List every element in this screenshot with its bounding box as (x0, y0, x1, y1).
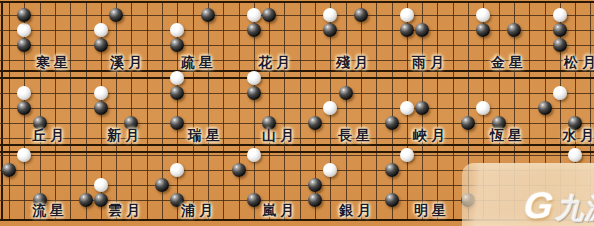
opening-label: 殘月 (332, 54, 372, 72)
opening-label: 水月 (558, 127, 594, 145)
grid-line-horizontal (0, 155, 594, 156)
stone-white (476, 8, 490, 22)
grid-line-vertical (223, 2, 224, 220)
grid-line-vertical (284, 2, 285, 220)
stone-white (17, 148, 31, 162)
stone-black (262, 8, 276, 22)
grid-line-horizontal (0, 15, 594, 16)
grid-line-vertical (9, 2, 10, 220)
grid-line-vertical (116, 2, 117, 220)
grid-line-vertical (208, 2, 209, 220)
stone-white (170, 23, 184, 37)
opening-label: 嵐月 (258, 202, 298, 220)
stone-white (323, 8, 337, 22)
opening-label: 長星 (334, 127, 374, 145)
stone-white (247, 8, 261, 22)
opening-label: 浦月 (177, 202, 217, 220)
renju-openings-chart: 寒星溪月疏星花月殘月雨月金星松月丘月新月瑞星山月長星峽月恆星水月流星雲月浦月嵐月… (0, 0, 594, 226)
stone-white (17, 23, 31, 37)
grid-line-vertical (147, 2, 148, 220)
opening-label: 雲月 (104, 202, 144, 220)
grid-line-vertical (55, 2, 56, 220)
stone-white (94, 23, 108, 37)
opening-label: 疏星 (177, 54, 217, 72)
stone-black (385, 116, 399, 130)
grid-line-vertical (300, 2, 301, 220)
stone-black (2, 163, 16, 177)
stone-black (538, 101, 552, 115)
grid-line-vertical (437, 2, 438, 220)
grid-line-vertical (40, 2, 41, 220)
opening-label: 銀月 (335, 202, 375, 220)
stone-white (553, 86, 567, 100)
grid-line-vertical (346, 2, 347, 220)
stone-black (94, 38, 108, 52)
stone-black (415, 101, 429, 115)
stone-white (94, 178, 108, 192)
stone-black (109, 8, 123, 22)
stone-black (385, 193, 399, 207)
stone-black (201, 8, 215, 22)
watermark-logo-text: 九游 (556, 196, 594, 221)
stone-black (308, 193, 322, 207)
stone-black (170, 86, 184, 100)
stone-black (247, 86, 261, 100)
stone-black (354, 8, 368, 22)
opening-label: 峽月 (409, 127, 449, 145)
stone-black (170, 38, 184, 52)
stone-white (17, 86, 31, 100)
stone-black (476, 23, 490, 37)
opening-label: 恆星 (486, 127, 526, 145)
opening-label: 山月 (258, 127, 298, 145)
opening-label: 溪月 (106, 54, 146, 72)
stone-black (17, 38, 31, 52)
stone-black (17, 8, 31, 22)
stone-black (553, 38, 567, 52)
stone-black (400, 23, 414, 37)
opening-label: 明星 (410, 202, 450, 220)
opening-label: 瑞星 (184, 127, 224, 145)
opening-label: 花月 (254, 54, 294, 72)
grid-line-horizontal (0, 108, 594, 109)
opening-label: 丘月 (28, 127, 68, 145)
stone-black (308, 116, 322, 130)
stone-white (476, 101, 490, 115)
stone-white (94, 86, 108, 100)
grid-line-vertical (392, 2, 393, 220)
stone-white (247, 148, 261, 162)
band-separator-line (0, 77, 594, 79)
stone-black (232, 163, 246, 177)
grid-line-vertical (86, 2, 87, 220)
stone-black (507, 23, 521, 37)
stone-black (170, 116, 184, 130)
stone-black (79, 193, 93, 207)
stone-black (247, 23, 261, 37)
grid-line-horizontal (0, 93, 594, 94)
stone-black (415, 23, 429, 37)
stone-white (170, 163, 184, 177)
stone-black (94, 101, 108, 115)
grid-line-horizontal (0, 45, 594, 46)
grid-line-vertical (361, 2, 362, 220)
stone-black (155, 178, 169, 192)
stone-white (553, 8, 567, 22)
stone-white (400, 101, 414, 115)
grid-line-vertical (193, 2, 194, 220)
grid-line-vertical (269, 2, 270, 220)
grid-line-vertical (239, 2, 240, 220)
opening-label: 金星 (487, 54, 527, 72)
grid-line-vertical (376, 2, 377, 220)
watermark-logo-g-icon: G (522, 191, 554, 221)
stone-black (308, 178, 322, 192)
opening-label: 流星 (28, 202, 68, 220)
stone-black (323, 23, 337, 37)
stone-black (17, 101, 31, 115)
stone-white (568, 148, 582, 162)
band-separator-line (0, 1, 594, 3)
stone-white (400, 148, 414, 162)
stone-white (323, 163, 337, 177)
watermark-logo: G 九游 (524, 191, 594, 221)
stone-black (553, 23, 567, 37)
opening-label: 新月 (103, 127, 143, 145)
watermark-blur-patch: G 九游 (462, 163, 594, 226)
stone-white (400, 8, 414, 22)
opening-label: 寒星 (32, 54, 72, 72)
stone-black (385, 163, 399, 177)
opening-label: 雨月 (408, 54, 448, 72)
grid-line-vertical (131, 2, 132, 220)
grid-line-vertical (453, 2, 454, 220)
stone-white (323, 101, 337, 115)
stone-white (247, 71, 261, 85)
stone-black (461, 116, 475, 130)
band-separator-line (0, 151, 594, 153)
opening-label: 松月 (560, 54, 594, 72)
board-left-edge-line (1, 1, 3, 221)
grid-line-horizontal (0, 30, 594, 31)
stone-black (339, 86, 353, 100)
grid-line-vertical (70, 2, 71, 220)
stone-white (170, 71, 184, 85)
